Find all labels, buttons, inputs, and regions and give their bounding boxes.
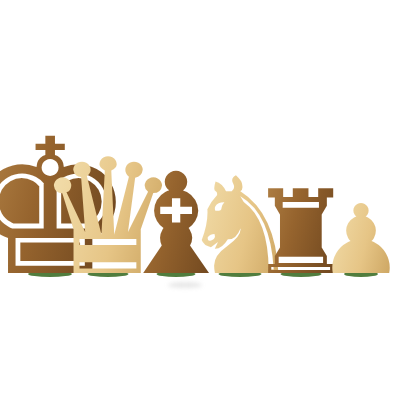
chess-piece-pawn-light: ♟ [318,192,400,288]
pawn-icon: ♟ [318,192,400,288]
chess-pieces-photo: ♚ ♛ ♝ ♞ ♜ ♟ [0,0,400,400]
